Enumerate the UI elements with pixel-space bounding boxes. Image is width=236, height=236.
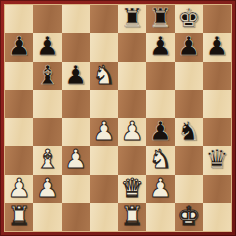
white-pawn[interactable]: ♟ [90,118,118,145]
square-h2[interactable] [203,175,231,203]
square-d8[interactable] [90,5,118,33]
square-c6[interactable]: ♟ [62,62,90,90]
square-h7[interactable]: ♟ [203,33,231,61]
square-g5[interactable] [175,90,203,118]
square-g1[interactable]: ♚ [175,203,203,231]
square-h4[interactable] [203,118,231,146]
square-a8[interactable] [5,5,33,33]
square-e2[interactable]: ♛ [118,175,146,203]
square-e3[interactable] [118,146,146,174]
white-pawn[interactable]: ♟ [5,175,33,202]
square-b2[interactable]: ♟ [33,175,61,203]
chess-board-frame: ♜♜♚♟♟♟♟♟♝♟♞♟♟♟♞♝♟♞♛♟♟♛♟♜♜♚ [0,0,236,236]
chess-board: ♜♜♚♟♟♟♟♟♝♟♞♟♟♟♞♝♟♞♛♟♟♛♟♜♜♚ [5,5,231,231]
white-pawn[interactable]: ♟ [62,146,90,173]
white-bishop[interactable]: ♝ [33,146,61,173]
black-bishop[interactable]: ♝ [33,62,61,89]
square-c4[interactable] [62,118,90,146]
black-pawn[interactable]: ♟ [146,118,174,145]
square-h5[interactable] [203,90,231,118]
square-g6[interactable] [175,62,203,90]
square-d3[interactable] [90,146,118,174]
square-d5[interactable] [90,90,118,118]
square-e4[interactable]: ♟ [118,118,146,146]
white-knight[interactable]: ♞ [90,62,118,89]
square-c8[interactable] [62,5,90,33]
square-a3[interactable] [5,146,33,174]
white-rook[interactable]: ♜ [5,203,33,230]
square-b4[interactable] [33,118,61,146]
square-f1[interactable] [146,203,174,231]
black-pawn[interactable]: ♟ [33,33,61,60]
square-c3[interactable]: ♟ [62,146,90,174]
square-f3[interactable]: ♞ [146,146,174,174]
square-d1[interactable] [90,203,118,231]
square-f6[interactable] [146,62,174,90]
black-pawn[interactable]: ♟ [203,33,231,60]
square-d2[interactable] [90,175,118,203]
square-g7[interactable]: ♟ [175,33,203,61]
square-a7[interactable]: ♟ [5,33,33,61]
white-king[interactable]: ♚ [175,203,203,230]
square-h3[interactable]: ♛ [203,146,231,174]
square-d6[interactable]: ♞ [90,62,118,90]
square-b3[interactable]: ♝ [33,146,61,174]
square-c5[interactable] [62,90,90,118]
black-pawn[interactable]: ♟ [146,33,174,60]
square-b7[interactable]: ♟ [33,33,61,61]
white-queen[interactable]: ♛ [118,175,146,202]
square-c7[interactable] [62,33,90,61]
square-e8[interactable]: ♜ [118,5,146,33]
black-pawn[interactable]: ♟ [62,62,90,89]
black-king[interactable]: ♚ [175,5,203,32]
square-a5[interactable] [5,90,33,118]
square-d4[interactable]: ♟ [90,118,118,146]
square-f8[interactable]: ♜ [146,5,174,33]
square-b8[interactable] [33,5,61,33]
square-a1[interactable]: ♜ [5,203,33,231]
black-knight[interactable]: ♞ [175,118,203,145]
square-f7[interactable]: ♟ [146,33,174,61]
white-pawn[interactable]: ♟ [118,118,146,145]
black-pawn[interactable]: ♟ [5,33,33,60]
square-a2[interactable]: ♟ [5,175,33,203]
white-pawn[interactable]: ♟ [146,175,174,202]
white-rook[interactable]: ♜ [118,203,146,230]
square-g4[interactable]: ♞ [175,118,203,146]
square-c1[interactable] [62,203,90,231]
square-e7[interactable] [118,33,146,61]
square-d7[interactable] [90,33,118,61]
square-f5[interactable] [146,90,174,118]
black-rook[interactable]: ♜ [118,5,146,32]
square-g8[interactable]: ♚ [175,5,203,33]
square-b6[interactable]: ♝ [33,62,61,90]
square-a6[interactable] [5,62,33,90]
square-h1[interactable] [203,203,231,231]
square-e6[interactable] [118,62,146,90]
white-knight[interactable]: ♞ [146,146,174,173]
square-g2[interactable] [175,175,203,203]
square-h8[interactable] [203,5,231,33]
square-f4[interactable]: ♟ [146,118,174,146]
square-a4[interactable] [5,118,33,146]
square-h6[interactable] [203,62,231,90]
square-b5[interactable] [33,90,61,118]
square-e5[interactable] [118,90,146,118]
square-e1[interactable]: ♜ [118,203,146,231]
black-rook[interactable]: ♜ [146,5,174,32]
square-c2[interactable] [62,175,90,203]
square-g3[interactable] [175,146,203,174]
black-pawn[interactable]: ♟ [175,33,203,60]
black-queen[interactable]: ♛ [203,146,231,173]
square-f2[interactable]: ♟ [146,175,174,203]
white-pawn[interactable]: ♟ [33,175,61,202]
square-b1[interactable] [33,203,61,231]
